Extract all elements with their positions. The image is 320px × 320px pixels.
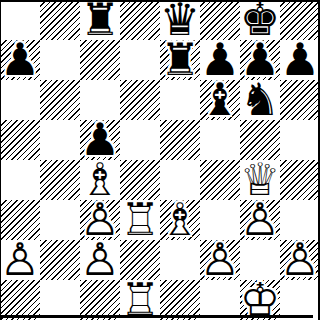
square-g4[interactable]: ♛♕	[240, 160, 280, 200]
board-frame-top	[0, 0, 320, 2]
square-d3[interactable]: ♜♖	[120, 200, 160, 240]
piece-black-pawn-icon: ♟	[240, 40, 280, 80]
square-e2[interactable]	[160, 240, 200, 280]
piece-white-pawn-icon: ♙	[0, 240, 40, 280]
piece-black-bishop-icon: ♝	[200, 80, 240, 120]
square-d5[interactable]	[120, 120, 160, 160]
piece-white-pawn-icon: ♙	[200, 240, 240, 280]
piece-black-pawn-icon: ♟	[80, 120, 120, 160]
piece-white-rook-icon: ♖	[120, 200, 160, 240]
square-e4[interactable]	[160, 160, 200, 200]
piece-fill-white-pawn: ♟	[280, 240, 320, 280]
square-g1[interactable]: ♚♔	[240, 280, 280, 320]
square-c6[interactable]	[80, 80, 120, 120]
square-d1[interactable]: ♜♖	[120, 280, 160, 320]
piece-white-pawn-icon: ♙	[80, 200, 120, 240]
chess-diagram: ♜♛♚♟♜♟♟♟♝♞♟♝♗♛♕♟♙♜♖♝♗♟♙♟♙♟♙♟♙♟♙♜♖♚♔	[0, 0, 320, 320]
square-g3[interactable]: ♟♙	[240, 200, 280, 240]
square-e5[interactable]	[160, 120, 200, 160]
square-f5[interactable]	[200, 120, 240, 160]
square-h6[interactable]	[280, 80, 320, 120]
piece-fill-white-king: ♚	[240, 280, 280, 320]
square-b7[interactable]	[40, 40, 80, 80]
piece-black-pawn-icon: ♟	[200, 40, 240, 80]
square-h4[interactable]	[280, 160, 320, 200]
square-g7[interactable]: ♟	[240, 40, 280, 80]
square-d6[interactable]	[120, 80, 160, 120]
square-d7[interactable]	[120, 40, 160, 80]
square-h7[interactable]: ♟	[280, 40, 320, 80]
square-c8[interactable]: ♜	[80, 0, 120, 40]
square-h2[interactable]: ♟♙	[280, 240, 320, 280]
square-a4[interactable]	[0, 160, 40, 200]
square-a6[interactable]	[0, 80, 40, 120]
square-h3[interactable]	[280, 200, 320, 240]
square-c5[interactable]: ♟	[80, 120, 120, 160]
square-g5[interactable]	[240, 120, 280, 160]
piece-black-queen-icon: ♛	[160, 0, 200, 40]
square-d4[interactable]	[120, 160, 160, 200]
square-d2[interactable]	[120, 240, 160, 280]
square-c1[interactable]	[80, 280, 120, 320]
square-h1[interactable]	[280, 280, 320, 320]
square-f6[interactable]: ♝	[200, 80, 240, 120]
piece-black-pawn-icon: ♟	[280, 40, 320, 80]
piece-black-rook-icon: ♜	[80, 0, 120, 40]
square-e6[interactable]	[160, 80, 200, 120]
piece-white-pawn-icon: ♙	[80, 240, 120, 280]
square-h8[interactable]	[280, 0, 320, 40]
square-a1[interactable]	[0, 280, 40, 320]
piece-fill-white-queen: ♛	[240, 160, 280, 200]
square-a2[interactable]: ♟♙	[0, 240, 40, 280]
square-e3[interactable]: ♝♗	[160, 200, 200, 240]
square-c4[interactable]: ♝♗	[80, 160, 120, 200]
board-frame-left	[0, 0, 1, 320]
square-h5[interactable]	[280, 120, 320, 160]
square-b5[interactable]	[40, 120, 80, 160]
square-e1[interactable]	[160, 280, 200, 320]
square-c3[interactable]: ♟♙	[80, 200, 120, 240]
square-f2[interactable]: ♟♙	[200, 240, 240, 280]
square-e7[interactable]: ♜	[160, 40, 200, 80]
square-f1[interactable]	[200, 280, 240, 320]
square-b4[interactable]	[40, 160, 80, 200]
square-a3[interactable]	[0, 200, 40, 240]
square-d8[interactable]	[120, 0, 160, 40]
piece-white-bishop-icon: ♗	[160, 200, 200, 240]
piece-black-king-icon: ♚	[240, 0, 280, 40]
square-b2[interactable]	[40, 240, 80, 280]
square-f4[interactable]	[200, 160, 240, 200]
piece-fill-white-pawn: ♟	[80, 200, 120, 240]
board-frame-bottom	[0, 315, 313, 318]
piece-black-pawn-icon: ♟	[0, 40, 40, 80]
square-b8[interactable]	[40, 0, 80, 40]
square-f3[interactable]	[200, 200, 240, 240]
square-a8[interactable]	[0, 0, 40, 40]
chess-board: ♜♛♚♟♜♟♟♟♝♞♟♝♗♛♕♟♙♜♖♝♗♟♙♟♙♟♙♟♙♟♙♜♖♚♔	[0, 0, 320, 320]
piece-fill-white-rook: ♜	[120, 200, 160, 240]
piece-fill-white-pawn: ♟	[240, 200, 280, 240]
square-g6[interactable]: ♞	[240, 80, 280, 120]
piece-black-rook-icon: ♜	[160, 40, 200, 80]
piece-white-pawn-icon: ♙	[240, 200, 280, 240]
square-c2[interactable]: ♟♙	[80, 240, 120, 280]
square-b6[interactable]	[40, 80, 80, 120]
piece-fill-white-pawn: ♟	[80, 240, 120, 280]
piece-white-king-icon: ♔	[240, 280, 280, 320]
piece-white-pawn-icon: ♙	[280, 240, 320, 280]
piece-white-bishop-icon: ♗	[80, 160, 120, 200]
square-f8[interactable]	[200, 0, 240, 40]
square-b1[interactable]	[40, 280, 80, 320]
piece-fill-white-bishop: ♝	[160, 200, 200, 240]
piece-fill-white-pawn: ♟	[0, 240, 40, 280]
piece-black-knight-icon: ♞	[240, 80, 280, 120]
square-a7[interactable]: ♟	[0, 40, 40, 80]
square-c7[interactable]	[80, 40, 120, 80]
piece-white-queen-icon: ♕	[240, 160, 280, 200]
piece-fill-white-bishop: ♝	[80, 160, 120, 200]
piece-white-rook-icon: ♖	[120, 280, 160, 320]
square-b3[interactable]	[40, 200, 80, 240]
square-e8[interactable]: ♛	[160, 0, 200, 40]
piece-fill-white-pawn: ♟	[200, 240, 240, 280]
square-f7[interactable]: ♟	[200, 40, 240, 80]
piece-fill-white-rook: ♜	[120, 280, 160, 320]
square-g8[interactable]: ♚	[240, 0, 280, 40]
square-g2[interactable]	[240, 240, 280, 280]
square-a5[interactable]	[0, 120, 40, 160]
